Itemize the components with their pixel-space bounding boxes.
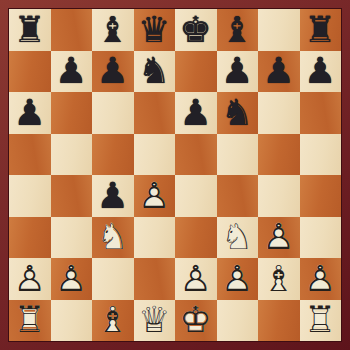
black-rook[interactable]: ♜ xyxy=(9,9,51,51)
white-pawn-outline: ♙ xyxy=(221,261,253,297)
square-g6[interactable] xyxy=(258,92,300,134)
square-c6[interactable] xyxy=(92,92,134,134)
square-a8[interactable]: ♜ xyxy=(9,9,51,51)
black-pawn-glyph: ♟ xyxy=(55,53,87,89)
square-g8[interactable] xyxy=(258,9,300,51)
black-pawn[interactable]: ♟ xyxy=(9,92,51,134)
square-g5[interactable] xyxy=(258,134,300,176)
square-e5[interactable] xyxy=(175,134,217,176)
white-pawn-outline: ♙ xyxy=(263,219,295,255)
white-king-outline: ♔ xyxy=(180,302,212,338)
square-g7[interactable]: ♟ xyxy=(258,51,300,93)
white-pawn-outline: ♙ xyxy=(304,261,336,297)
white-rook-outline: ♖ xyxy=(304,302,336,338)
black-pawn[interactable]: ♟ xyxy=(258,51,300,93)
white-rook[interactable]: ♜♖ xyxy=(9,300,51,342)
square-e6[interactable]: ♟ xyxy=(175,92,217,134)
black-pawn-glyph: ♟ xyxy=(97,178,129,214)
black-bishop[interactable]: ♝ xyxy=(217,9,259,51)
square-b1[interactable] xyxy=(51,300,93,342)
square-c3[interactable]: ♞♘ xyxy=(92,217,134,259)
square-c1[interactable]: ♝♗ xyxy=(92,300,134,342)
square-f1[interactable] xyxy=(217,300,259,342)
square-f2[interactable]: ♟♙ xyxy=(217,258,259,300)
white-pawn[interactable]: ♟♙ xyxy=(217,258,259,300)
square-h7[interactable]: ♟ xyxy=(300,51,342,93)
black-pawn[interactable]: ♟ xyxy=(217,51,259,93)
square-c8[interactable]: ♝ xyxy=(92,9,134,51)
black-bishop-glyph: ♝ xyxy=(97,12,129,48)
square-a6[interactable]: ♟ xyxy=(9,92,51,134)
black-rook[interactable]: ♜ xyxy=(300,9,342,51)
square-f7[interactable]: ♟ xyxy=(217,51,259,93)
square-g2[interactable]: ♝♗ xyxy=(258,258,300,300)
square-b3[interactable] xyxy=(51,217,93,259)
white-bishop-outline: ♗ xyxy=(263,261,295,297)
black-knight[interactable]: ♞ xyxy=(217,92,259,134)
square-a7[interactable] xyxy=(9,51,51,93)
white-pawn[interactable]: ♟♙ xyxy=(300,258,342,300)
black-pawn-glyph: ♟ xyxy=(221,53,253,89)
square-a1[interactable]: ♜♖ xyxy=(9,300,51,342)
square-d7[interactable]: ♞ xyxy=(134,51,176,93)
square-h5[interactable] xyxy=(300,134,342,176)
square-g1[interactable] xyxy=(258,300,300,342)
square-h1[interactable]: ♜♖ xyxy=(300,300,342,342)
square-c4[interactable]: ♟ xyxy=(92,175,134,217)
square-a4[interactable] xyxy=(9,175,51,217)
square-d8[interactable]: ♛ xyxy=(134,9,176,51)
white-pawn-outline: ♙ xyxy=(180,261,212,297)
black-bishop[interactable]: ♝ xyxy=(92,9,134,51)
square-d5[interactable] xyxy=(134,134,176,176)
black-pawn[interactable]: ♟ xyxy=(51,51,93,93)
square-c2[interactable] xyxy=(92,258,134,300)
black-pawn-glyph: ♟ xyxy=(263,53,295,89)
white-king[interactable]: ♚♔ xyxy=(175,300,217,342)
white-pawn-outline: ♙ xyxy=(14,261,46,297)
square-d4[interactable]: ♟♙ xyxy=(134,175,176,217)
square-c7[interactable]: ♟ xyxy=(92,51,134,93)
white-queen[interactable]: ♛♕ xyxy=(134,300,176,342)
square-b4[interactable] xyxy=(51,175,93,217)
white-pawn-outline: ♙ xyxy=(138,178,170,214)
black-queen[interactable]: ♛ xyxy=(134,9,176,51)
white-bishop-outline: ♗ xyxy=(97,302,129,338)
square-a2[interactable]: ♟♙ xyxy=(9,258,51,300)
square-b2[interactable]: ♟♙ xyxy=(51,258,93,300)
square-f4[interactable] xyxy=(217,175,259,217)
square-e3[interactable] xyxy=(175,217,217,259)
black-bishop-glyph: ♝ xyxy=(221,12,253,48)
square-h8[interactable]: ♜ xyxy=(300,9,342,51)
white-knight-outline: ♘ xyxy=(221,219,253,255)
square-a5[interactable] xyxy=(9,134,51,176)
square-g3[interactable]: ♟♙ xyxy=(258,217,300,259)
square-e4[interactable] xyxy=(175,175,217,217)
square-c5[interactable] xyxy=(92,134,134,176)
black-rook-glyph: ♜ xyxy=(14,12,46,48)
white-bishop[interactable]: ♝♗ xyxy=(92,300,134,342)
black-pawn[interactable]: ♟ xyxy=(175,92,217,134)
white-pawn[interactable]: ♟♙ xyxy=(51,258,93,300)
square-e1[interactable]: ♚♔ xyxy=(175,300,217,342)
white-knight[interactable]: ♞♘ xyxy=(217,217,259,259)
board-frame: ♜♝♛♚♝♜♟♟♞♟♟♟♟♟♞♟♟♙♞♘♞♘♟♙♟♙♟♙♟♙♟♙♝♗♟♙♜♖♝♗… xyxy=(0,0,350,350)
black-rook-glyph: ♜ xyxy=(304,12,336,48)
black-pawn[interactable]: ♟ xyxy=(92,51,134,93)
square-d1[interactable]: ♛♕ xyxy=(134,300,176,342)
square-b6[interactable] xyxy=(51,92,93,134)
square-a3[interactable] xyxy=(9,217,51,259)
square-f8[interactable]: ♝ xyxy=(217,9,259,51)
square-f5[interactable] xyxy=(217,134,259,176)
black-queen-glyph: ♛ xyxy=(138,12,170,48)
black-pawn[interactable]: ♟ xyxy=(92,175,134,217)
black-knight[interactable]: ♞ xyxy=(134,51,176,93)
square-h2[interactable]: ♟♙ xyxy=(300,258,342,300)
white-pawn[interactable]: ♟♙ xyxy=(9,258,51,300)
square-d2[interactable] xyxy=(134,258,176,300)
white-knight[interactable]: ♞♘ xyxy=(92,217,134,259)
white-rook[interactable]: ♜♖ xyxy=(300,300,342,342)
white-rook-outline: ♖ xyxy=(14,302,46,338)
black-pawn-glyph: ♟ xyxy=(180,95,212,131)
square-h3[interactable] xyxy=(300,217,342,259)
square-g4[interactable] xyxy=(258,175,300,217)
black-knight-glyph: ♞ xyxy=(138,53,170,89)
square-d6[interactable] xyxy=(134,92,176,134)
square-d3[interactable] xyxy=(134,217,176,259)
chess-board: ♜♝♛♚♝♜♟♟♞♟♟♟♟♟♞♟♟♙♞♘♞♘♟♙♟♙♟♙♟♙♟♙♝♗♟♙♜♖♝♗… xyxy=(8,8,342,342)
white-pawn-outline: ♙ xyxy=(55,261,87,297)
white-queen-outline: ♕ xyxy=(138,302,170,338)
square-b8[interactable] xyxy=(51,9,93,51)
black-pawn-glyph: ♟ xyxy=(14,95,46,131)
square-f6[interactable]: ♞ xyxy=(217,92,259,134)
black-pawn[interactable]: ♟ xyxy=(300,51,342,93)
white-pawn[interactable]: ♟♙ xyxy=(258,217,300,259)
black-king[interactable]: ♚ xyxy=(175,9,217,51)
white-pawn[interactable]: ♟♙ xyxy=(134,175,176,217)
white-pawn[interactable]: ♟♙ xyxy=(175,258,217,300)
white-knight-outline: ♘ xyxy=(97,219,129,255)
black-king-glyph: ♚ xyxy=(180,12,212,48)
square-h6[interactable] xyxy=(300,92,342,134)
square-e2[interactable]: ♟♙ xyxy=(175,258,217,300)
square-b7[interactable]: ♟ xyxy=(51,51,93,93)
square-h4[interactable] xyxy=(300,175,342,217)
white-bishop[interactable]: ♝♗ xyxy=(258,258,300,300)
black-knight-glyph: ♞ xyxy=(221,95,253,131)
square-f3[interactable]: ♞♘ xyxy=(217,217,259,259)
square-e7[interactable] xyxy=(175,51,217,93)
square-e8[interactable]: ♚ xyxy=(175,9,217,51)
square-b5[interactable] xyxy=(51,134,93,176)
black-pawn-glyph: ♟ xyxy=(304,53,336,89)
black-pawn-glyph: ♟ xyxy=(97,53,129,89)
